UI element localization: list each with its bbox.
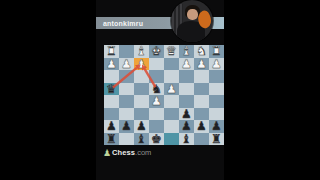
square-g6[interactable] — [119, 108, 134, 121]
square-c8[interactable]: ♝ — [179, 133, 194, 146]
square-c5[interactable] — [179, 95, 194, 108]
piece-black-king-e8[interactable]: ♚ — [149, 133, 164, 146]
piece-white-pawn-h2[interactable]: ♟ — [104, 58, 119, 71]
piece-white-rook-h1[interactable]: ♜ — [104, 45, 119, 58]
square-b1[interactable]: ♞ — [194, 45, 209, 58]
chesscom-logo-suffix: .com — [135, 148, 151, 157]
square-h1[interactable]: ♜ — [104, 45, 119, 58]
square-d1[interactable]: ♛ — [164, 45, 179, 58]
square-a1[interactable]: ♜ — [209, 45, 224, 58]
square-f6[interactable] — [134, 108, 149, 121]
square-b3[interactable] — [194, 70, 209, 83]
square-b7[interactable]: ♟ — [194, 120, 209, 133]
square-g7[interactable]: ♟ — [119, 120, 134, 133]
square-f7[interactable]: ♟ — [134, 120, 149, 133]
piece-white-pawn-b2[interactable]: ♟ — [194, 58, 209, 71]
piece-white-queen-d1[interactable]: ♛ — [164, 45, 179, 58]
square-h5[interactable] — [104, 95, 119, 108]
square-e1[interactable]: ♚ — [149, 45, 164, 58]
square-d4[interactable]: ♟ — [164, 83, 179, 96]
square-g8[interactable] — [119, 133, 134, 146]
square-c2[interactable]: ♟ — [179, 58, 194, 71]
square-a4[interactable] — [209, 83, 224, 96]
streamer-face — [187, 9, 198, 20]
square-d7[interactable] — [164, 120, 179, 133]
square-c4[interactable] — [179, 83, 194, 96]
square-b8[interactable] — [194, 133, 209, 146]
square-e5[interactable]: ♟ — [149, 95, 164, 108]
square-g2[interactable]: ♟ — [119, 58, 134, 71]
piece-white-pawn-d4[interactable]: ♟ — [164, 83, 179, 96]
square-f4[interactable] — [134, 83, 149, 96]
piece-black-knight-e4[interactable]: ♞ — [149, 83, 164, 96]
piece-white-knight-b1[interactable]: ♞ — [194, 45, 209, 58]
square-c7[interactable]: ♟ — [179, 120, 194, 133]
piece-white-pawn-c2[interactable]: ♟ — [179, 58, 194, 71]
chesscom-pawn-icon: ♟ — [103, 148, 111, 158]
piece-white-bishop-f1[interactable]: ♝ — [134, 45, 149, 58]
piece-white-pawn-f2[interactable]: ♟ — [134, 58, 149, 71]
video-strip: antonkimru ♜♝♚♛♝♞♜♟♟♟♟♟♟♛♞♟♟♟♟♟♟♟♟♟♜♝♚♝♜… — [96, 0, 224, 180]
piece-black-pawn-b7[interactable]: ♟ — [194, 120, 209, 133]
piece-black-queen-h4[interactable]: ♛ — [104, 83, 119, 96]
square-c6[interactable]: ♟ — [179, 108, 194, 121]
square-h7[interactable]: ♟ — [104, 120, 119, 133]
square-d6[interactable] — [164, 108, 179, 121]
square-a3[interactable] — [209, 70, 224, 83]
square-a7[interactable]: ♟ — [209, 120, 224, 133]
piece-black-bishop-f8[interactable]: ♝ — [134, 133, 149, 146]
square-g1[interactable] — [119, 45, 134, 58]
square-f2[interactable]: ♟ — [134, 58, 149, 71]
piece-white-rook-a1[interactable]: ♜ — [209, 45, 224, 58]
piece-black-bishop-c8[interactable]: ♝ — [179, 133, 194, 146]
piece-black-pawn-c6[interactable]: ♟ — [179, 108, 194, 121]
square-f5[interactable] — [134, 95, 149, 108]
square-d5[interactable] — [164, 95, 179, 108]
video-frame: antonkimru ♜♝♚♛♝♞♜♟♟♟♟♟♟♛♞♟♟♟♟♟♟♟♟♟♜♝♚♝♜… — [0, 0, 320, 180]
square-b4[interactable] — [194, 83, 209, 96]
square-a6[interactable] — [209, 108, 224, 121]
piece-black-pawn-f7[interactable]: ♟ — [134, 120, 149, 133]
square-g4[interactable] — [119, 83, 134, 96]
square-c3[interactable] — [179, 70, 194, 83]
square-a8[interactable]: ♜ — [209, 133, 224, 146]
square-f3[interactable] — [134, 70, 149, 83]
chesscom-logo: ♟ Chess .com — [103, 147, 151, 158]
square-e7[interactable] — [149, 120, 164, 133]
square-b2[interactable]: ♟ — [194, 58, 209, 71]
piece-black-rook-a8[interactable]: ♜ — [209, 133, 224, 146]
square-f1[interactable]: ♝ — [134, 45, 149, 58]
piece-white-bishop-c1[interactable]: ♝ — [179, 45, 194, 58]
square-h8[interactable]: ♜ — [104, 133, 119, 146]
square-d3[interactable] — [164, 70, 179, 83]
square-h6[interactable] — [104, 108, 119, 121]
piece-black-rook-h8[interactable]: ♜ — [104, 133, 119, 146]
square-a5[interactable] — [209, 95, 224, 108]
piece-black-pawn-a7[interactable]: ♟ — [209, 120, 224, 133]
piece-white-king-e1[interactable]: ♚ — [149, 45, 164, 58]
square-c1[interactable]: ♝ — [179, 45, 194, 58]
square-d2[interactable] — [164, 58, 179, 71]
square-h4[interactable]: ♛ — [104, 83, 119, 96]
piece-white-pawn-a2[interactable]: ♟ — [209, 58, 224, 71]
square-h2[interactable]: ♟ — [104, 58, 119, 71]
square-e6[interactable] — [149, 108, 164, 121]
square-e8[interactable]: ♚ — [149, 133, 164, 146]
webcam-overlay — [171, 0, 213, 42]
square-g3[interactable] — [119, 70, 134, 83]
square-a2[interactable]: ♟ — [209, 58, 224, 71]
square-e3[interactable] — [149, 70, 164, 83]
chesscom-logo-text: Chess — [112, 148, 135, 157]
square-b5[interactable] — [194, 95, 209, 108]
piece-white-pawn-g2[interactable]: ♟ — [119, 58, 134, 71]
player-username: antonkimru — [96, 20, 143, 27]
square-b6[interactable] — [194, 108, 209, 121]
square-d8[interactable] — [164, 133, 179, 146]
square-f8[interactable]: ♝ — [134, 133, 149, 146]
square-g5[interactable] — [119, 95, 134, 108]
square-e4[interactable]: ♞ — [149, 83, 164, 96]
square-e2[interactable] — [149, 58, 164, 71]
square-h3[interactable] — [104, 70, 119, 83]
piece-black-pawn-c7[interactable]: ♟ — [179, 120, 194, 133]
piece-black-pawn-g7[interactable]: ♟ — [119, 120, 134, 133]
piece-black-pawn-h7[interactable]: ♟ — [104, 120, 119, 133]
piece-white-pawn-e5[interactable]: ♟ — [149, 95, 164, 108]
chess-board[interactable]: ♜♝♚♛♝♞♜♟♟♟♟♟♟♛♞♟♟♟♟♟♟♟♟♟♜♝♚♝♜ — [104, 45, 224, 145]
